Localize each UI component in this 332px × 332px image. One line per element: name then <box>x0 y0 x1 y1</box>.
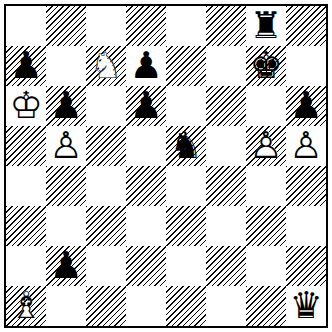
square-h4[interactable] <box>286 166 326 206</box>
square-f2[interactable] <box>206 246 246 286</box>
square-h2[interactable] <box>286 246 326 286</box>
piece-white-pawn[interactable]: ♙ <box>286 126 326 166</box>
square-b3[interactable] <box>46 206 86 246</box>
chess-board: ♜♟♘♟♚♔♟♟♟♙♞♙♙♟♗♛ <box>4 4 328 328</box>
piece-black-king[interactable]: ♚ <box>246 46 286 86</box>
square-b1[interactable] <box>46 286 86 326</box>
square-e7[interactable] <box>166 46 206 86</box>
square-h3[interactable] <box>286 206 326 246</box>
square-g8[interactable]: ♜ <box>246 6 286 46</box>
square-e8[interactable] <box>166 6 206 46</box>
square-e3[interactable] <box>166 206 206 246</box>
square-a2[interactable] <box>6 246 46 286</box>
piece-white-knight[interactable]: ♘ <box>86 46 126 86</box>
square-a3[interactable] <box>6 206 46 246</box>
square-a4[interactable] <box>6 166 46 206</box>
square-g6[interactable] <box>246 86 286 126</box>
square-d5[interactable] <box>126 126 166 166</box>
piece-white-bishop[interactable]: ♗ <box>6 286 46 326</box>
square-h1[interactable]: ♛ <box>286 286 326 326</box>
chess-diagram: ♜♟♘♟♚♔♟♟♟♙♞♙♙♟♗♛ <box>0 0 332 332</box>
piece-white-king[interactable]: ♔ <box>6 86 46 126</box>
square-f1[interactable] <box>206 286 246 326</box>
square-f7[interactable] <box>206 46 246 86</box>
square-h7[interactable] <box>286 46 326 86</box>
square-d2[interactable] <box>126 246 166 286</box>
square-a6[interactable]: ♔ <box>6 86 46 126</box>
square-d6[interactable]: ♟ <box>126 86 166 126</box>
piece-black-queen[interactable]: ♛ <box>286 286 326 326</box>
square-h8[interactable] <box>286 6 326 46</box>
piece-black-pawn[interactable]: ♟ <box>286 86 326 126</box>
piece-black-pawn[interactable]: ♟ <box>46 86 86 126</box>
square-d4[interactable] <box>126 166 166 206</box>
square-e1[interactable] <box>166 286 206 326</box>
square-g4[interactable] <box>246 166 286 206</box>
square-d1[interactable] <box>126 286 166 326</box>
piece-black-knight[interactable]: ♞ <box>166 126 206 166</box>
square-g2[interactable] <box>246 246 286 286</box>
square-d8[interactable] <box>126 6 166 46</box>
square-g1[interactable] <box>246 286 286 326</box>
square-f8[interactable] <box>206 6 246 46</box>
square-a7[interactable]: ♟ <box>6 46 46 86</box>
square-h6[interactable]: ♟ <box>286 86 326 126</box>
piece-black-rook[interactable]: ♜ <box>246 6 286 46</box>
piece-white-pawn[interactable]: ♙ <box>46 126 86 166</box>
square-b4[interactable] <box>46 166 86 206</box>
square-h5[interactable]: ♙ <box>286 126 326 166</box>
square-a8[interactable] <box>6 6 46 46</box>
square-c3[interactable] <box>86 206 126 246</box>
square-g5[interactable]: ♙ <box>246 126 286 166</box>
square-b7[interactable] <box>46 46 86 86</box>
square-c1[interactable] <box>86 286 126 326</box>
square-f5[interactable] <box>206 126 246 166</box>
square-f3[interactable] <box>206 206 246 246</box>
square-e6[interactable] <box>166 86 206 126</box>
square-d3[interactable] <box>126 206 166 246</box>
square-e5[interactable]: ♞ <box>166 126 206 166</box>
square-c5[interactable] <box>86 126 126 166</box>
square-f6[interactable] <box>206 86 246 126</box>
square-b2[interactable]: ♟ <box>46 246 86 286</box>
square-e4[interactable] <box>166 166 206 206</box>
square-c2[interactable] <box>86 246 126 286</box>
square-a1[interactable]: ♗ <box>6 286 46 326</box>
square-b5[interactable]: ♙ <box>46 126 86 166</box>
square-c6[interactable] <box>86 86 126 126</box>
square-g3[interactable] <box>246 206 286 246</box>
square-b6[interactable]: ♟ <box>46 86 86 126</box>
piece-black-pawn[interactable]: ♟ <box>6 46 46 86</box>
square-g7[interactable]: ♚ <box>246 46 286 86</box>
square-f4[interactable] <box>206 166 246 206</box>
square-d7[interactable]: ♟ <box>126 46 166 86</box>
piece-black-pawn[interactable]: ♟ <box>46 246 86 286</box>
square-c7[interactable]: ♘ <box>86 46 126 86</box>
square-b8[interactable] <box>46 6 86 46</box>
square-c8[interactable] <box>86 6 126 46</box>
square-c4[interactable] <box>86 166 126 206</box>
piece-black-pawn[interactable]: ♟ <box>126 86 166 126</box>
piece-white-pawn[interactable]: ♙ <box>246 126 286 166</box>
square-a5[interactable] <box>6 126 46 166</box>
square-e2[interactable] <box>166 246 206 286</box>
piece-black-pawn[interactable]: ♟ <box>126 46 166 86</box>
